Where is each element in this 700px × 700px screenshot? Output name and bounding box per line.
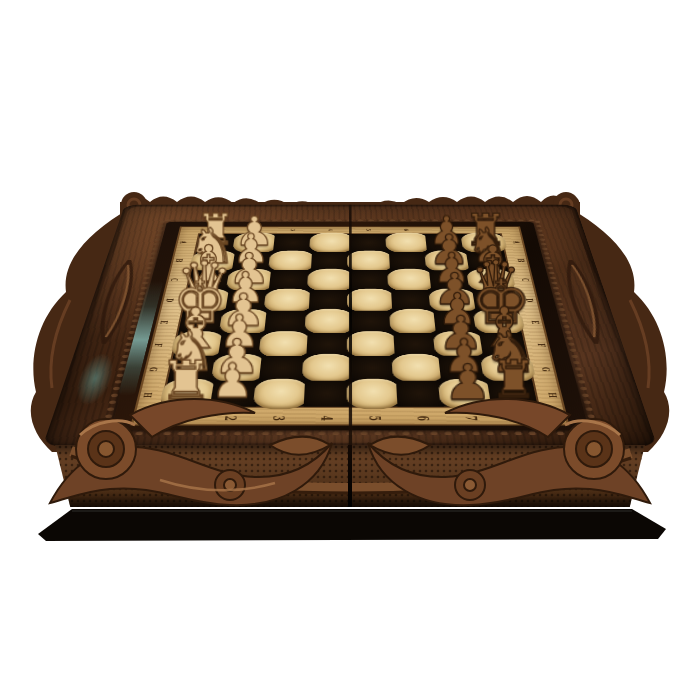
base-molding [0, 0, 700, 700]
product-photo-chess-box: ♜♟♟♜♞♟♟♞♝♟♟♝♛♟♟♛♚♟♟♚♝♟♟♝♞♟♟♞♜♟♟♜ 1234567… [0, 0, 700, 700]
corner-scroll-left [40, 385, 340, 515]
corner-scroll-right [360, 385, 660, 515]
